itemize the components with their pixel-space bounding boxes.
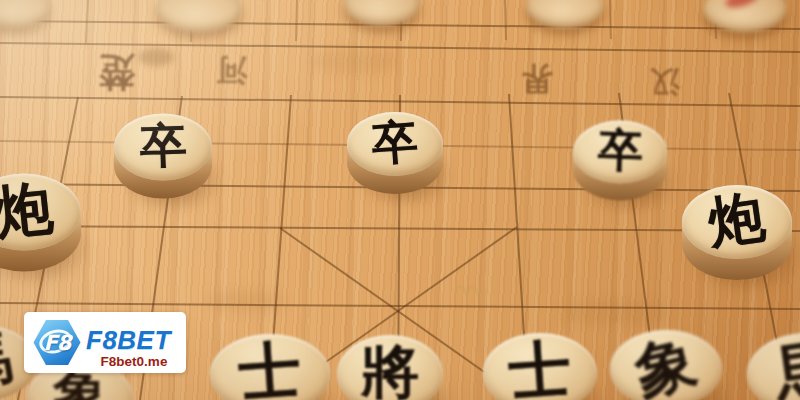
far-piece-top-red[interactable] (703, 0, 787, 32)
piece-glyph: 卒 (597, 127, 644, 174)
river-character: 界 (521, 63, 553, 95)
piece-black-general[interactable]: 將 (337, 335, 443, 400)
f8bet-hexagon-logo: F8 (33, 319, 81, 366)
wood-knot (310, 48, 400, 74)
piece-black-elephant[interactable]: 象 (610, 330, 722, 400)
piece-black-cannon[interactable]: 炮 (0, 174, 81, 251)
piece-glyph: 士 (507, 337, 573, 400)
piece-black-cannon[interactable]: 炮 (682, 185, 792, 259)
piece-glyph: 馬 (0, 328, 16, 393)
piece-glyph: 象 (629, 330, 702, 400)
far-piece-top[interactable] (156, 0, 242, 32)
red-character-blur (724, 0, 761, 11)
piece-glyph: 炮 (0, 178, 56, 242)
far-piece-top[interactable] (344, 0, 420, 26)
piece-black-soldier[interactable]: 卒 (347, 112, 443, 176)
piece-black-advisor[interactable]: 士 (483, 333, 597, 400)
site-url: F8bet0.me (84, 354, 184, 369)
xiangqi-board-photo: 楚 河 界 汉 卒 卒 卒 炮 炮 馬 象 士 將 (0, 0, 800, 400)
brand-name: F8BET (86, 325, 184, 356)
river-character: 汉 (650, 67, 680, 97)
piece-glyph: 士 (237, 338, 303, 400)
piece-glyph: 炮 (705, 188, 768, 251)
engraving-smudge (138, 48, 174, 66)
wood-knot (560, 300, 670, 326)
watermark-card: F8 F8BET F8bet0.me (24, 312, 186, 373)
piece-black-horse[interactable]: 馬 (747, 333, 800, 400)
logo-monogram: F8 (33, 319, 81, 366)
piece-black-soldier[interactable]: 卒 (573, 121, 667, 184)
piece-glyph: 馬 (772, 335, 800, 400)
wood-knot (205, 290, 285, 312)
piece-black-advisor[interactable]: 士 (210, 334, 330, 400)
far-piece-top[interactable] (526, 0, 604, 28)
river-character: 楚 (99, 54, 136, 91)
far-piece-top[interactable] (0, 0, 51, 28)
piece-glyph: 卒 (139, 121, 188, 170)
river-character: 河 (217, 55, 248, 86)
piece-black-soldier[interactable]: 卒 (114, 114, 212, 181)
piece-glyph: 將 (361, 343, 419, 400)
piece-glyph: 卒 (370, 118, 419, 167)
